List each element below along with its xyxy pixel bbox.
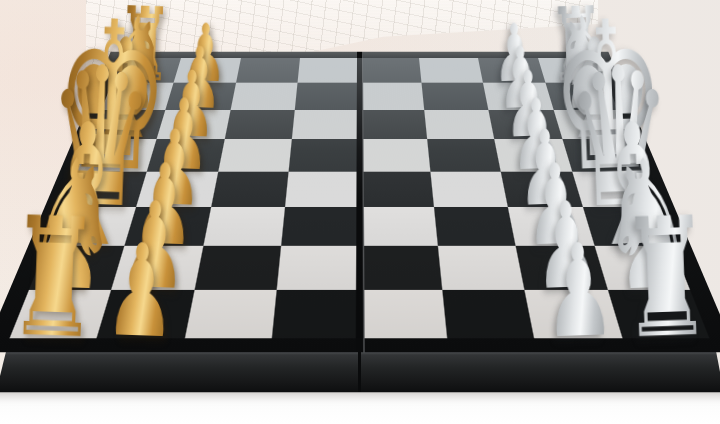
pieces-layer: ♜♟♟♜♞♟♟♞♝♟♟♝♚♟♟♚♛♟♟♛♝♟♟♝♞♟♟♞♜♟♟♜ bbox=[0, 0, 720, 424]
piece-silver-rook-a1[interactable]: ♜ bbox=[618, 196, 715, 363]
piece-gold-rook-a8[interactable]: ♜ bbox=[5, 196, 102, 363]
piece-silver-pawn-a2[interactable]: ♟ bbox=[541, 226, 617, 356]
piece-gold-pawn-a7[interactable]: ♟ bbox=[104, 226, 180, 356]
photo-scene: ♜♟♟♜♞♟♟♞♝♟♟♝♚♟♟♚♛♟♟♛♝♟♟♝♞♟♟♞♜♟♟♜ bbox=[0, 0, 720, 424]
